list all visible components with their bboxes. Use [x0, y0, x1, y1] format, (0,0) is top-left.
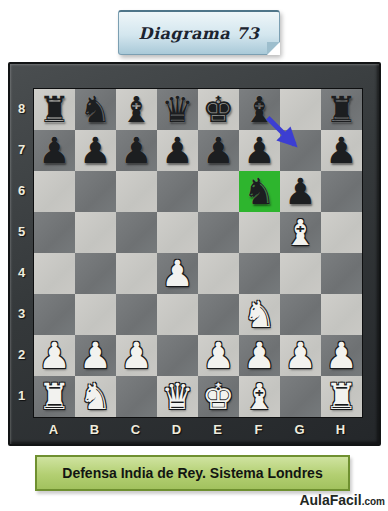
file-label-b: B [74, 418, 115, 444]
black-pawn-g6[interactable]: ♟ [280, 171, 321, 212]
chess-board: ♜♞♝♛♚♝♜♟♟♟♟♟♟♟♞♟♝♟♞♟♟♟♟♟♟♟♜♞♛♚♝♜ [33, 88, 363, 418]
board-squares: ♜♞♝♛♚♝♜♟♟♟♟♟♟♟♞♟♝♟♞♟♟♟♟♟♟♟♜♞♛♚♝♜ [34, 89, 362, 417]
square-b2[interactable]: ♟ [75, 335, 116, 376]
square-c2[interactable]: ♟ [116, 335, 157, 376]
rank-label-2: 2 [10, 334, 33, 375]
square-g1[interactable] [280, 376, 321, 417]
file-label-f: F [238, 418, 279, 444]
square-c1[interactable] [116, 376, 157, 417]
square-h8[interactable]: ♜ [321, 89, 362, 130]
square-c4[interactable] [116, 253, 157, 294]
white-knight-b1[interactable]: ♞ [75, 376, 116, 417]
file-label-e: E [197, 418, 238, 444]
square-f5[interactable] [239, 212, 280, 253]
square-h1[interactable]: ♜ [321, 376, 362, 417]
black-bishop-c8[interactable]: ♝ [116, 89, 157, 130]
square-e1[interactable]: ♚ [198, 376, 239, 417]
square-g2[interactable]: ♟ [280, 335, 321, 376]
square-f7[interactable]: ♟ [239, 130, 280, 171]
square-a6[interactable] [34, 171, 75, 212]
black-queen-d8[interactable]: ♛ [157, 89, 198, 130]
black-king-e8[interactable]: ♚ [198, 89, 239, 130]
square-g5[interactable]: ♝ [280, 212, 321, 253]
square-c8[interactable]: ♝ [116, 89, 157, 130]
rank-label-5: 5 [10, 211, 33, 252]
diagram-title: Diagrama 73 [139, 24, 260, 43]
black-pawn-e7[interactable]: ♟ [198, 130, 239, 171]
file-label-c: C [115, 418, 156, 444]
white-pawn-a2[interactable]: ♟ [34, 335, 75, 376]
rank-labels: 87654321 [10, 88, 33, 416]
square-g6[interactable]: ♟ [280, 171, 321, 212]
file-label-h: H [320, 418, 361, 444]
square-b6[interactable] [75, 171, 116, 212]
chess-board-frame: 87654321 ♜♞♝♛♚♝♜♟♟♟♟♟♟♟♞♟♝♟♞♟♟♟♟♟♟♟♜♞♛♚♝… [8, 62, 381, 446]
white-rook-h1[interactable]: ♜ [321, 376, 362, 417]
white-pawn-h2[interactable]: ♟ [321, 335, 362, 376]
rank-label-6: 6 [10, 170, 33, 211]
square-c7[interactable]: ♟ [116, 130, 157, 171]
black-pawn-h7[interactable]: ♟ [321, 130, 362, 171]
square-c5[interactable] [116, 212, 157, 253]
square-b5[interactable] [75, 212, 116, 253]
white-king-e1[interactable]: ♚ [198, 376, 239, 417]
square-e4[interactable] [198, 253, 239, 294]
square-b7[interactable]: ♟ [75, 130, 116, 171]
white-pawn-b2[interactable]: ♟ [75, 335, 116, 376]
square-c3[interactable] [116, 294, 157, 335]
square-a3[interactable] [34, 294, 75, 335]
black-rook-a8[interactable]: ♜ [34, 89, 75, 130]
black-pawn-c7[interactable]: ♟ [116, 130, 157, 171]
white-pawn-c2[interactable]: ♟ [116, 335, 157, 376]
square-g7[interactable] [280, 130, 321, 171]
square-g8[interactable] [280, 89, 321, 130]
square-g4[interactable] [280, 253, 321, 294]
square-b8[interactable]: ♞ [75, 89, 116, 130]
square-e6[interactable] [198, 171, 239, 212]
file-label-d: D [156, 418, 197, 444]
diagram-title-box: Diagrama 73 [118, 10, 280, 55]
black-knight-f6[interactable]: ♞ [239, 171, 280, 212]
white-pawn-e2[interactable]: ♟ [198, 335, 239, 376]
black-pawn-f7[interactable]: ♟ [239, 130, 280, 171]
black-pawn-d7[interactable]: ♟ [157, 130, 198, 171]
square-d2[interactable] [157, 335, 198, 376]
black-pawn-a7[interactable]: ♟ [34, 130, 75, 171]
square-a4[interactable] [34, 253, 75, 294]
white-bishop-g5[interactable]: ♝ [280, 212, 321, 253]
file-label-a: A [33, 418, 74, 444]
file-label-g: G [279, 418, 320, 444]
square-b1[interactable]: ♞ [75, 376, 116, 417]
white-knight-f3[interactable]: ♞ [239, 294, 280, 335]
square-g3[interactable] [280, 294, 321, 335]
rank-label-8: 8 [10, 88, 33, 129]
rank-label-4: 4 [10, 252, 33, 293]
rank-label-3: 3 [10, 293, 33, 334]
square-b3[interactable] [75, 294, 116, 335]
square-b4[interactable] [75, 253, 116, 294]
brand-name: AulaFacil [299, 492, 361, 508]
square-a7[interactable]: ♟ [34, 130, 75, 171]
square-f6[interactable]: ♞ [239, 171, 280, 212]
white-bishop-f1[interactable]: ♝ [239, 376, 280, 417]
caption-box: Defensa India de Rey. Sistema Londres [35, 455, 350, 491]
square-f8[interactable]: ♝ [239, 89, 280, 130]
brand-suffix: .com [362, 496, 385, 507]
square-d3[interactable] [157, 294, 198, 335]
square-h2[interactable]: ♟ [321, 335, 362, 376]
square-h6[interactable] [321, 171, 362, 212]
square-e2[interactable]: ♟ [198, 335, 239, 376]
file-labels: ABCDEFGH [33, 418, 361, 444]
square-a5[interactable] [34, 212, 75, 253]
square-h5[interactable] [321, 212, 362, 253]
square-f2[interactable]: ♟ [239, 335, 280, 376]
square-d7[interactable]: ♟ [157, 130, 198, 171]
white-pawn-f2[interactable]: ♟ [239, 335, 280, 376]
square-h3[interactable] [321, 294, 362, 335]
rank-label-1: 1 [10, 375, 33, 416]
rank-label-7: 7 [10, 129, 33, 170]
square-a1[interactable]: ♜ [34, 376, 75, 417]
square-d1[interactable]: ♛ [157, 376, 198, 417]
square-e8[interactable]: ♚ [198, 89, 239, 130]
black-pawn-b7[interactable]: ♟ [75, 130, 116, 171]
white-pawn-g2[interactable]: ♟ [280, 335, 321, 376]
square-e3[interactable] [198, 294, 239, 335]
square-d8[interactable]: ♛ [157, 89, 198, 130]
caption-text: Defensa India de Rey. Sistema Londres [62, 465, 322, 481]
black-knight-b8[interactable]: ♞ [75, 89, 116, 130]
square-e5[interactable] [198, 212, 239, 253]
footer-brand: AulaFacil.com [299, 491, 385, 509]
page: Diagrama 73 87654321 ♜♞♝♛♚♝♜♟♟♟♟♟♟♟♞♟♝♟♞… [0, 0, 388, 511]
black-bishop-f8[interactable]: ♝ [239, 89, 280, 130]
square-f1[interactable]: ♝ [239, 376, 280, 417]
square-c6[interactable] [116, 171, 157, 212]
black-rook-h8[interactable]: ♜ [321, 89, 362, 130]
square-a8[interactable]: ♜ [34, 89, 75, 130]
square-d5[interactable] [157, 212, 198, 253]
square-a2[interactable]: ♟ [34, 335, 75, 376]
white-pawn-d4[interactable]: ♟ [157, 253, 198, 294]
white-rook-a1[interactable]: ♜ [34, 376, 75, 417]
white-queen-d1[interactable]: ♛ [157, 376, 198, 417]
square-h4[interactable] [321, 253, 362, 294]
square-f3[interactable]: ♞ [239, 294, 280, 335]
square-d6[interactable] [157, 171, 198, 212]
square-d4[interactable]: ♟ [157, 253, 198, 294]
square-f4[interactable] [239, 253, 280, 294]
square-h7[interactable]: ♟ [321, 130, 362, 171]
square-e7[interactable]: ♟ [198, 130, 239, 171]
